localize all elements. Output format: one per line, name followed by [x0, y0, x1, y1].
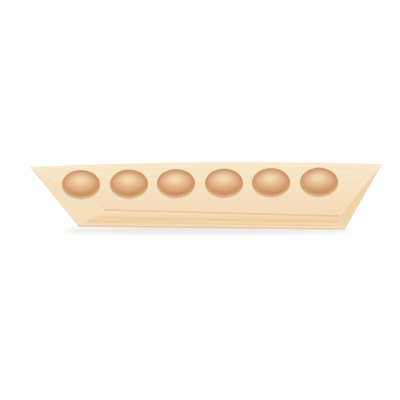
- pit-1[interactable]: [62, 170, 100, 199]
- pit-6[interactable]: [300, 168, 338, 197]
- pit-4[interactable]: [205, 169, 243, 198]
- wooden-tray: [0, 0, 400, 400]
- pit-row: [62, 168, 338, 200]
- pit-3[interactable]: [157, 169, 195, 198]
- product-photo-canvas: [0, 0, 400, 400]
- pit-2[interactable]: [109, 170, 147, 199]
- pit-5[interactable]: [252, 168, 290, 197]
